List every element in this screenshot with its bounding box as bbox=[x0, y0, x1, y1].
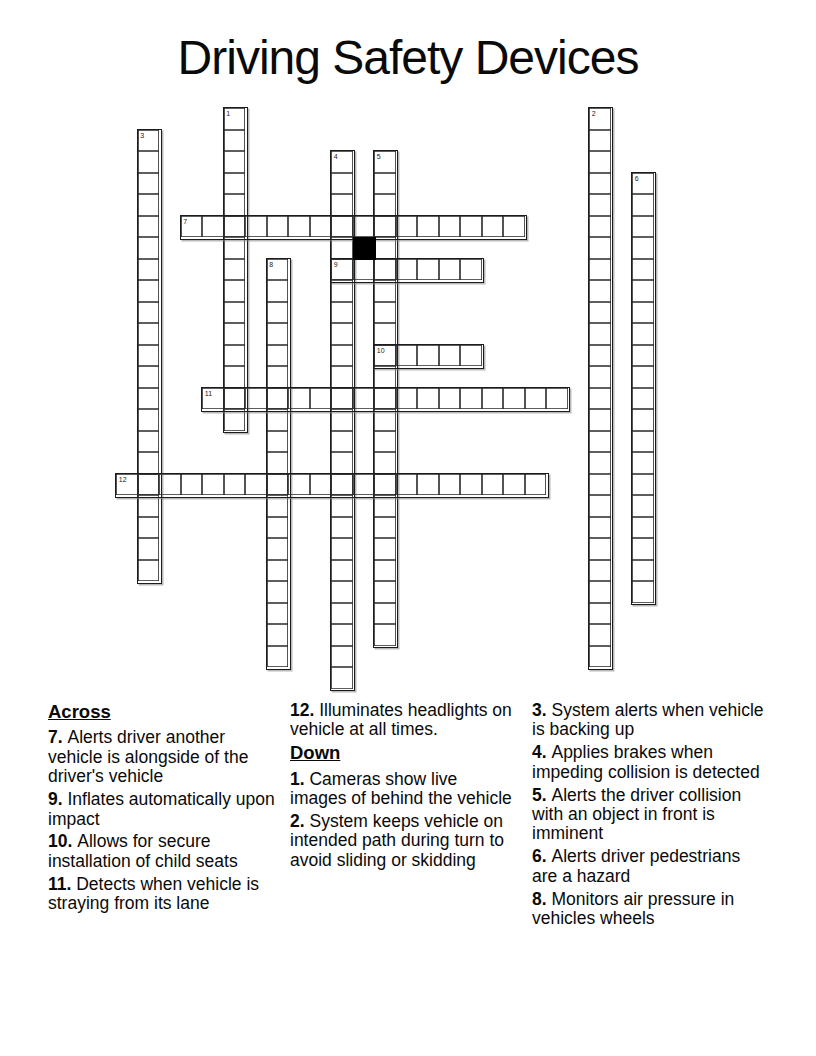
clue-text: Allows for secure installation of child … bbox=[48, 831, 238, 870]
cell-r16-c22[interactable] bbox=[589, 452, 611, 474]
cell-r16-c7[interactable] bbox=[267, 452, 289, 474]
crossword-grid: 123456789101112 bbox=[117, 109, 657, 691]
cell-r17-c17[interactable] bbox=[482, 474, 504, 496]
cell-r4-c5[interactable] bbox=[224, 194, 246, 216]
cell-r17-c2[interactable] bbox=[159, 474, 181, 496]
cell-r3-c10[interactable] bbox=[331, 173, 353, 195]
clue-text: Alerts the driver collision with an obje… bbox=[532, 785, 741, 844]
cell-r8-c12[interactable] bbox=[374, 280, 396, 302]
clue-text: System keeps vehicle on intended path du… bbox=[290, 811, 504, 870]
cell-r5-c5[interactable] bbox=[224, 216, 246, 238]
cell-r13-c16[interactable] bbox=[460, 388, 482, 410]
cell-r24-c7[interactable] bbox=[267, 624, 289, 646]
cell-r5-c10[interactable] bbox=[331, 216, 353, 238]
cell-r12-c12[interactable] bbox=[374, 366, 396, 388]
cell-r17-c7[interactable] bbox=[267, 474, 289, 496]
clue-number: 11. bbox=[48, 874, 76, 894]
cell-r17-c3[interactable] bbox=[181, 474, 203, 496]
word-7-across bbox=[180, 215, 527, 240]
cell-r12-c22[interactable] bbox=[589, 366, 611, 388]
cell-r21-c7[interactable] bbox=[267, 560, 289, 582]
cell-r11-c22[interactable] bbox=[589, 345, 611, 367]
cell-r13-c12[interactable] bbox=[374, 388, 396, 410]
cell-r13-c24[interactable] bbox=[632, 388, 654, 410]
cell-r17-c16[interactable] bbox=[460, 474, 482, 496]
cell-r24-c22[interactable] bbox=[589, 624, 611, 646]
cell-r22-c10[interactable] bbox=[331, 581, 353, 603]
clue-number: 7. bbox=[48, 727, 67, 747]
cell-r23-c22[interactable] bbox=[589, 603, 611, 625]
clue-4: 4. Applies brakes when impeding collisio… bbox=[532, 743, 770, 782]
cell-r5-c16[interactable] bbox=[460, 216, 482, 238]
cell-r6-c10[interactable] bbox=[331, 237, 353, 259]
clue-8: 8. Monitors air pressure in vehicles whe… bbox=[532, 890, 770, 929]
cell-r9-c24[interactable] bbox=[632, 302, 654, 324]
cell-r25-c7[interactable] bbox=[267, 646, 289, 668]
clue-column-right: 3. System alerts when vehicle is backing… bbox=[532, 701, 770, 932]
cell-r20-c24[interactable] bbox=[632, 538, 654, 560]
cell-r17-c22[interactable] bbox=[589, 474, 611, 496]
cell-r6-c12[interactable] bbox=[374, 237, 396, 259]
cell-r19-c22[interactable] bbox=[589, 517, 611, 539]
clue-number-cell: 11 bbox=[205, 390, 212, 397]
word-3-down bbox=[137, 129, 162, 584]
cell-r18-c24[interactable] bbox=[632, 495, 654, 517]
cell-r7-c14[interactable] bbox=[417, 259, 439, 281]
clue-9: 9. Inflates automatically upon impact bbox=[48, 790, 276, 829]
cell-r13-c11[interactable] bbox=[353, 388, 375, 410]
clue-text: Alerts driver another vehicle is alongsi… bbox=[48, 727, 248, 786]
word-2-down bbox=[588, 107, 613, 669]
cell-r6-c1[interactable] bbox=[138, 237, 160, 259]
clue-number-cell: 7 bbox=[183, 218, 187, 225]
cell-r15-c22[interactable] bbox=[589, 431, 611, 453]
cell-r5-c15[interactable] bbox=[439, 216, 461, 238]
cell-r14-c5[interactable] bbox=[224, 409, 246, 431]
clue-text: Applies brakes when impeding collision i… bbox=[532, 742, 760, 781]
cell-r21-c12[interactable] bbox=[374, 560, 396, 582]
cell-r22-c24[interactable] bbox=[632, 581, 654, 603]
cell-r11-c15[interactable] bbox=[439, 345, 461, 367]
cell-r11-c13[interactable] bbox=[396, 345, 418, 367]
cell-r17-c6[interactable] bbox=[245, 474, 267, 496]
cell-r5-c18[interactable] bbox=[503, 216, 525, 238]
word-11-across bbox=[201, 387, 570, 412]
cell-r5-c13[interactable] bbox=[396, 216, 418, 238]
cell-r18-c10[interactable] bbox=[331, 495, 353, 517]
cell-r13-c9[interactable] bbox=[310, 388, 332, 410]
cell-r10-c12[interactable] bbox=[374, 323, 396, 345]
clue-1: 1. Cameras show live images of behind th… bbox=[290, 770, 512, 809]
cell-r19-c10[interactable] bbox=[331, 517, 353, 539]
cell-r11-c5[interactable] bbox=[224, 345, 246, 367]
cell-r6-c5[interactable] bbox=[224, 237, 246, 259]
cell-r24-c10[interactable] bbox=[331, 624, 353, 646]
cell-r17-c18[interactable] bbox=[503, 474, 525, 496]
cell-r3-c12[interactable] bbox=[374, 173, 396, 195]
clues-heading-down: Down bbox=[290, 743, 512, 762]
cell-r7-c24[interactable] bbox=[632, 259, 654, 281]
crossword-worksheet: Driving Safety Devices 123456789101112 A… bbox=[0, 0, 816, 1056]
clue-number: 6. bbox=[532, 846, 551, 866]
cell-r9-c12[interactable] bbox=[374, 302, 396, 324]
clue-5: 5. Alerts the driver collision with an o… bbox=[532, 786, 770, 844]
word-9-across bbox=[330, 258, 484, 283]
black-cell bbox=[353, 237, 376, 260]
cell-r5-c6[interactable] bbox=[245, 216, 267, 238]
cell-r16-c1[interactable] bbox=[138, 452, 160, 474]
cell-r17-c5[interactable] bbox=[224, 474, 246, 496]
cell-r1-c22[interactable] bbox=[589, 130, 611, 152]
cell-r10-c10[interactable] bbox=[331, 323, 353, 345]
cell-r4-c24[interactable] bbox=[632, 194, 654, 216]
word-1-down bbox=[223, 107, 248, 433]
cell-r22-c7[interactable] bbox=[267, 581, 289, 603]
cell-r5-c14[interactable] bbox=[417, 216, 439, 238]
cell-r10-c5[interactable] bbox=[224, 323, 246, 345]
clue-number-cell: 4 bbox=[334, 153, 338, 160]
cell-r18-c1[interactable] bbox=[138, 495, 160, 517]
cell-r14-c1[interactable] bbox=[138, 409, 160, 431]
cell-r5-c1[interactable] bbox=[138, 216, 160, 238]
cell-r7-c1[interactable] bbox=[138, 259, 160, 281]
cell-r21-c10[interactable] bbox=[331, 560, 353, 582]
cell-r19-c1[interactable] bbox=[138, 517, 160, 539]
cell-r21-c1[interactable] bbox=[138, 560, 160, 582]
clue-2: 2. System keeps vehicle on intended path… bbox=[290, 812, 512, 870]
cell-r13-c1[interactable] bbox=[138, 388, 160, 410]
cell-r13-c6[interactable] bbox=[245, 388, 267, 410]
cell-r8-c24[interactable] bbox=[632, 280, 654, 302]
cell-r8-c10[interactable] bbox=[331, 280, 353, 302]
cell-r3-c1[interactable] bbox=[138, 173, 160, 195]
cell-r13-c17[interactable] bbox=[482, 388, 504, 410]
clue-text: Detects when vehicle is straying from it… bbox=[48, 874, 259, 913]
cell-r15-c7[interactable] bbox=[267, 431, 289, 453]
clue-number-cell: 2 bbox=[592, 110, 596, 117]
cell-r17-c9[interactable] bbox=[310, 474, 332, 496]
cell-r24-c12[interactable] bbox=[374, 624, 396, 646]
cell-r3-c5[interactable] bbox=[224, 173, 246, 195]
clue-number-cell: 8 bbox=[269, 261, 273, 268]
cell-r4-c10[interactable] bbox=[331, 194, 353, 216]
cell-r1-c5[interactable] bbox=[224, 130, 246, 152]
clues-heading-across: Across bbox=[48, 702, 276, 721]
cell-r4-c1[interactable] bbox=[138, 194, 160, 216]
cell-r19-c24[interactable] bbox=[632, 517, 654, 539]
cell-r11-c24[interactable] bbox=[632, 345, 654, 367]
word-8-down bbox=[266, 258, 291, 670]
cell-r17-c19[interactable] bbox=[525, 474, 547, 496]
cell-r19-c12[interactable] bbox=[374, 517, 396, 539]
word-6-down bbox=[631, 172, 656, 605]
cell-r23-c10[interactable] bbox=[331, 603, 353, 625]
cell-r16-c12[interactable] bbox=[374, 452, 396, 474]
clue-number: 2. bbox=[290, 811, 309, 831]
clue-number: 1. bbox=[290, 769, 309, 789]
clue-3: 3. System alerts when vehicle is backing… bbox=[532, 701, 770, 740]
cell-r13-c15[interactable] bbox=[439, 388, 461, 410]
clue-number-cell: 5 bbox=[377, 153, 381, 160]
clue-7: 7. Alerts driver another vehicle is alon… bbox=[48, 728, 276, 786]
clue-text: System alerts when vehicle is backing up bbox=[532, 700, 764, 739]
cell-r2-c5[interactable] bbox=[224, 151, 246, 173]
cell-r15-c12[interactable] bbox=[374, 431, 396, 453]
clue-11: 11. Detects when vehicle is straying fro… bbox=[48, 875, 276, 914]
cell-r17-c11[interactable] bbox=[353, 474, 375, 496]
cell-r18-c12[interactable] bbox=[374, 495, 396, 517]
cell-r11-c10[interactable] bbox=[331, 345, 353, 367]
cell-r2-c22[interactable] bbox=[589, 151, 611, 173]
cell-r12-c1[interactable] bbox=[138, 366, 160, 388]
clue-number-cell: 1 bbox=[226, 110, 230, 117]
cell-r13-c5[interactable] bbox=[224, 388, 246, 410]
cell-r16-c10[interactable] bbox=[331, 452, 353, 474]
clue-text: Illuminates headlights on vehicle at all… bbox=[290, 700, 512, 739]
cell-r2-c1[interactable] bbox=[138, 151, 160, 173]
cell-r10-c22[interactable] bbox=[589, 323, 611, 345]
cell-r18-c7[interactable] bbox=[267, 495, 289, 517]
cell-r18-c22[interactable] bbox=[589, 495, 611, 517]
cell-r13-c14[interactable] bbox=[417, 388, 439, 410]
cell-r17-c13[interactable] bbox=[396, 474, 418, 496]
cell-r11-c16[interactable] bbox=[460, 345, 482, 367]
cell-r8-c22[interactable] bbox=[589, 280, 611, 302]
cell-r15-c10[interactable] bbox=[331, 431, 353, 453]
cell-r4-c12[interactable] bbox=[374, 194, 396, 216]
cell-r25-c22[interactable] bbox=[589, 646, 611, 668]
cell-r20-c10[interactable] bbox=[331, 538, 353, 560]
cell-r14-c7[interactable] bbox=[267, 409, 289, 431]
cell-r6-c22[interactable] bbox=[589, 237, 611, 259]
clue-number: 10. bbox=[48, 831, 77, 851]
clue-text: Inflates automatically upon impact bbox=[48, 789, 275, 828]
cell-r26-c10[interactable] bbox=[331, 667, 353, 689]
word-12-across bbox=[115, 473, 548, 498]
cell-r7-c22[interactable] bbox=[589, 259, 611, 281]
cell-r21-c24[interactable] bbox=[632, 560, 654, 582]
cell-r17-c4[interactable] bbox=[202, 474, 224, 496]
cell-r19-c7[interactable] bbox=[267, 517, 289, 539]
cell-r9-c7[interactable] bbox=[267, 302, 289, 324]
cell-r6-c24[interactable] bbox=[632, 237, 654, 259]
cell-r13-c18[interactable] bbox=[503, 388, 525, 410]
cell-r8-c5[interactable] bbox=[224, 280, 246, 302]
cell-r13-c22[interactable] bbox=[589, 388, 611, 410]
cell-r14-c10[interactable] bbox=[331, 409, 353, 431]
cell-r7-c16[interactable] bbox=[460, 259, 482, 281]
clue-number-cell: 9 bbox=[334, 261, 338, 268]
cell-r22-c12[interactable] bbox=[374, 581, 396, 603]
cell-r7-c15[interactable] bbox=[439, 259, 461, 281]
clue-text: Cameras show live images of behind the v… bbox=[290, 769, 512, 808]
cell-r11-c1[interactable] bbox=[138, 345, 160, 367]
cell-r25-c10[interactable] bbox=[331, 646, 353, 668]
cell-r7-c13[interactable] bbox=[396, 259, 418, 281]
cell-r12-c5[interactable] bbox=[224, 366, 246, 388]
clue-column-middle: 12. Illuminates headlights on vehicle at… bbox=[290, 701, 512, 874]
cell-r13-c13[interactable] bbox=[396, 388, 418, 410]
clue-number: 5. bbox=[532, 785, 551, 805]
cell-r12-c10[interactable] bbox=[331, 366, 353, 388]
cell-r10-c7[interactable] bbox=[267, 323, 289, 345]
cell-r3-c22[interactable] bbox=[589, 173, 611, 195]
cell-r4-c22[interactable] bbox=[589, 194, 611, 216]
cell-r7-c11[interactable] bbox=[353, 259, 375, 281]
cell-r21-c22[interactable] bbox=[589, 560, 611, 582]
cell-r20-c1[interactable] bbox=[138, 538, 160, 560]
cell-r13-c8[interactable] bbox=[288, 388, 310, 410]
cell-r11-c14[interactable] bbox=[417, 345, 439, 367]
cell-r12-c24[interactable] bbox=[632, 366, 654, 388]
cell-r10-c24[interactable] bbox=[632, 323, 654, 345]
puzzle-title: Driving Safety Devices bbox=[0, 30, 816, 85]
cell-r17-c14[interactable] bbox=[417, 474, 439, 496]
clue-10: 10. Allows for secure installation of ch… bbox=[48, 832, 276, 871]
cell-r15-c1[interactable] bbox=[138, 431, 160, 453]
cell-r11-c7[interactable] bbox=[267, 345, 289, 367]
cell-r9-c1[interactable] bbox=[138, 302, 160, 324]
cell-r17-c1[interactable] bbox=[138, 474, 160, 496]
clue-12: 12. Illuminates headlights on vehicle at… bbox=[290, 701, 512, 740]
cell-r17-c24[interactable] bbox=[632, 474, 654, 496]
cell-r13-c19[interactable] bbox=[525, 388, 547, 410]
cell-r5-c11[interactable] bbox=[353, 216, 375, 238]
cell-r9-c10[interactable] bbox=[331, 302, 353, 324]
cell-r20-c12[interactable] bbox=[374, 538, 396, 560]
cell-r23-c12[interactable] bbox=[374, 603, 396, 625]
cell-r5-c12[interactable] bbox=[374, 216, 396, 238]
cell-r14-c22[interactable] bbox=[589, 409, 611, 431]
cell-r5-c4[interactable] bbox=[202, 216, 224, 238]
cell-r9-c5[interactable] bbox=[224, 302, 246, 324]
cell-r8-c7[interactable] bbox=[267, 280, 289, 302]
clue-number-cell: 12 bbox=[119, 476, 127, 483]
cell-r5-c7[interactable] bbox=[267, 216, 289, 238]
clue-6: 6. Alerts driver pedestrians are a hazar… bbox=[532, 847, 770, 886]
cell-r5-c22[interactable] bbox=[589, 216, 611, 238]
clue-number: 8. bbox=[532, 889, 551, 909]
cell-r13-c20[interactable] bbox=[546, 388, 568, 410]
cell-r20-c22[interactable] bbox=[589, 538, 611, 560]
cell-r10-c1[interactable] bbox=[138, 323, 160, 345]
cell-r5-c24[interactable] bbox=[632, 216, 654, 238]
clue-column-left: Across7. Alerts driver another vehicle i… bbox=[48, 701, 276, 917]
clue-number: 9. bbox=[48, 789, 67, 809]
cell-r17-c15[interactable] bbox=[439, 474, 461, 496]
cell-r23-c7[interactable] bbox=[267, 603, 289, 625]
cell-r5-c9[interactable] bbox=[310, 216, 332, 238]
cell-r12-c7[interactable] bbox=[267, 366, 289, 388]
cell-r20-c7[interactable] bbox=[267, 538, 289, 560]
clue-number: 3. bbox=[532, 700, 551, 720]
clue-text: Monitors air pressure in vehicles wheels bbox=[532, 889, 734, 928]
clue-number-cell: 6 bbox=[635, 175, 639, 182]
cell-r17-c12[interactable] bbox=[374, 474, 396, 496]
clue-number: 4. bbox=[532, 742, 551, 762]
cell-r9-c22[interactable] bbox=[589, 302, 611, 324]
clue-text: Alerts driver pedestrians are a hazard bbox=[532, 846, 740, 885]
cell-r7-c5[interactable] bbox=[224, 259, 246, 281]
cell-r22-c22[interactable] bbox=[589, 581, 611, 603]
word-10-across bbox=[373, 344, 484, 369]
cell-r5-c8[interactable] bbox=[288, 216, 310, 238]
cell-r7-c12[interactable] bbox=[374, 259, 396, 281]
cell-r13-c7[interactable] bbox=[267, 388, 289, 410]
cell-r5-c17[interactable] bbox=[482, 216, 504, 238]
clue-number-cell: 10 bbox=[377, 347, 385, 354]
cell-r13-c10[interactable] bbox=[331, 388, 353, 410]
clue-number: 12. bbox=[290, 700, 319, 720]
clue-number-cell: 3 bbox=[140, 132, 144, 139]
cell-r8-c1[interactable] bbox=[138, 280, 160, 302]
cell-r16-c24[interactable] bbox=[632, 452, 654, 474]
cell-r14-c24[interactable] bbox=[632, 409, 654, 431]
cell-r15-c24[interactable] bbox=[632, 431, 654, 453]
cell-r17-c10[interactable] bbox=[331, 474, 353, 496]
cell-r14-c12[interactable] bbox=[374, 409, 396, 431]
cell-r17-c8[interactable] bbox=[288, 474, 310, 496]
